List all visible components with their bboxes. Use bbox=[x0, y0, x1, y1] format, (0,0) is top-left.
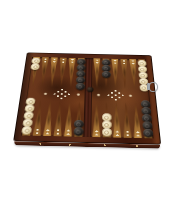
point-triangle bbox=[91, 101, 101, 137]
black-checker bbox=[75, 83, 84, 90]
pearl-accent-dot bbox=[129, 95, 131, 97]
metal-latch bbox=[147, 82, 157, 91]
point-triangle bbox=[66, 58, 77, 88]
playing-field bbox=[21, 57, 154, 138]
pearl-medallion-right bbox=[107, 90, 124, 101]
pearl-accent-dot bbox=[44, 93, 46, 95]
latch-ring-icon bbox=[149, 82, 158, 92]
point-triangle bbox=[56, 58, 67, 88]
point-triangle bbox=[92, 58, 101, 88]
point-triangle bbox=[121, 102, 133, 138]
backgammon-product-photo bbox=[0, 0, 175, 200]
point-triangle bbox=[119, 59, 130, 89]
point-triangle bbox=[111, 102, 122, 138]
black-checker bbox=[102, 71, 111, 78]
point-triangle bbox=[47, 57, 59, 87]
pearl-medallion-left bbox=[53, 89, 70, 100]
pearl-accent-dot bbox=[97, 94, 99, 96]
hinge-bar bbox=[83, 58, 92, 137]
pearl-accent-dot bbox=[77, 93, 79, 95]
point-triangle bbox=[110, 59, 120, 89]
black-checker bbox=[143, 129, 154, 138]
white-checker bbox=[102, 128, 112, 137]
hinge-knob bbox=[87, 87, 93, 92]
backgammon-board bbox=[13, 52, 161, 144]
board-scene bbox=[13, 21, 164, 151]
point-triangle bbox=[52, 101, 65, 137]
point-triangle bbox=[42, 100, 55, 136]
